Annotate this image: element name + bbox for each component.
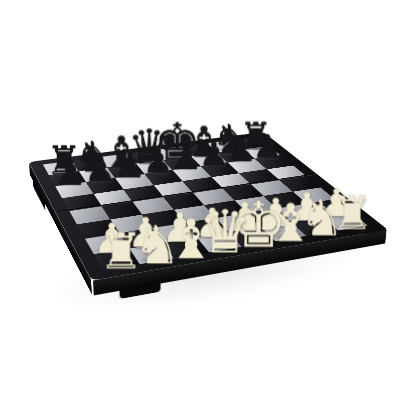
- board-foot: [33, 180, 46, 211]
- chessboard: ♜♞♝♚♛♝♞♜♟♟♟♟♟♟♟♟♟♟♟♟♟♟♟♟♜♞♝♚♛♝♞♜: [29, 132, 388, 281]
- board-foot: [120, 284, 161, 300]
- chess-set-photo: ♜♞♝♚♛♝♞♜♟♟♟♟♟♟♟♟♟♟♟♟♟♟♟♟♜♞♝♚♛♝♞♜: [0, 0, 400, 400]
